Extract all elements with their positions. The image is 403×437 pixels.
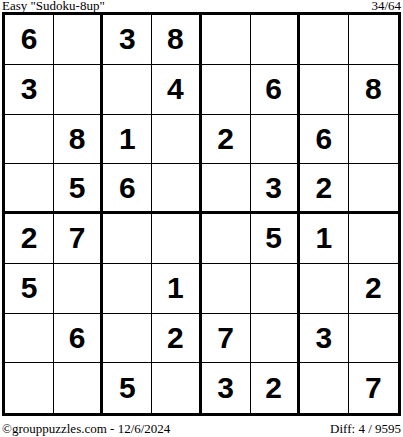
cell-r6c2-empty[interactable] bbox=[54, 264, 103, 314]
cell-r6c8-given: 2 bbox=[349, 264, 398, 314]
cell-r7c4-given: 2 bbox=[152, 314, 201, 364]
cell-r6c4-given: 1 bbox=[152, 264, 201, 314]
cell-r2c4-given: 4 bbox=[152, 65, 201, 115]
cell-r6c7-empty[interactable] bbox=[300, 264, 349, 314]
cell-r3c3-given: 1 bbox=[103, 115, 152, 165]
cell-r7c8-empty[interactable] bbox=[349, 314, 398, 364]
cell-r3c8-empty[interactable] bbox=[349, 115, 398, 165]
header: Easy "Sudoku-8up" 34/64 bbox=[0, 0, 403, 12]
cell-r2c7-empty[interactable] bbox=[300, 65, 349, 115]
cell-r3c7-given: 6 bbox=[300, 115, 349, 165]
cell-r2c8-given: 8 bbox=[349, 65, 398, 115]
cell-r5c1-given: 2 bbox=[5, 214, 54, 264]
empty-cell-counter: 34/64 bbox=[371, 0, 401, 12]
cell-r5c7-given: 1 bbox=[300, 214, 349, 264]
sudoku-board: 638346881265632275151262735327 bbox=[2, 12, 401, 416]
cell-r7c1-empty[interactable] bbox=[5, 314, 54, 364]
cell-r7c5-given: 7 bbox=[202, 314, 251, 364]
cell-r1c4-given: 8 bbox=[152, 15, 201, 65]
cell-r7c6-empty[interactable] bbox=[251, 314, 300, 364]
cell-r8c7-empty[interactable] bbox=[300, 363, 349, 413]
cell-r1c6-empty[interactable] bbox=[251, 15, 300, 65]
cell-r1c1-given: 6 bbox=[5, 15, 54, 65]
cell-r3c1-empty[interactable] bbox=[5, 115, 54, 165]
cell-r7c2-given: 6 bbox=[54, 314, 103, 364]
cell-r2c3-empty[interactable] bbox=[103, 65, 152, 115]
cell-r3c2-given: 8 bbox=[54, 115, 103, 165]
puzzle-page: Easy "Sudoku-8up" 34/64 6383468812656322… bbox=[0, 0, 403, 437]
cell-r8c1-empty[interactable] bbox=[5, 363, 54, 413]
cell-r1c7-empty[interactable] bbox=[300, 15, 349, 65]
copyright-text: ©grouppuzzles.com - 12/6/2024 bbox=[2, 422, 170, 436]
cell-r4c7-given: 2 bbox=[300, 164, 349, 214]
cell-r8c4-empty[interactable] bbox=[152, 363, 201, 413]
footer: ©grouppuzzles.com - 12/6/2024 Diff: 4 / … bbox=[0, 422, 403, 436]
cell-r6c3-empty[interactable] bbox=[103, 264, 152, 314]
cell-r8c6-given: 2 bbox=[251, 363, 300, 413]
cell-r2c1-given: 3 bbox=[5, 65, 54, 115]
cell-r2c6-given: 6 bbox=[251, 65, 300, 115]
cell-r5c5-empty[interactable] bbox=[202, 214, 251, 264]
cell-r1c2-empty[interactable] bbox=[54, 15, 103, 65]
cell-r5c6-given: 5 bbox=[251, 214, 300, 264]
cell-r1c3-given: 3 bbox=[103, 15, 152, 65]
cell-r8c3-given: 5 bbox=[103, 363, 152, 413]
cell-r2c5-empty[interactable] bbox=[202, 65, 251, 115]
cell-r4c4-empty[interactable] bbox=[152, 164, 201, 214]
page-title: Easy "Sudoku-8up" bbox=[2, 0, 105, 12]
cell-r6c6-empty[interactable] bbox=[251, 264, 300, 314]
cell-r3c5-given: 2 bbox=[202, 115, 251, 165]
cell-r8c8-given: 7 bbox=[349, 363, 398, 413]
cell-r4c5-empty[interactable] bbox=[202, 164, 251, 214]
cell-r2c2-empty[interactable] bbox=[54, 65, 103, 115]
cell-r6c5-empty[interactable] bbox=[202, 264, 251, 314]
cell-r4c3-given: 6 bbox=[103, 164, 152, 214]
cell-r5c3-empty[interactable] bbox=[103, 214, 152, 264]
cell-r8c5-given: 3 bbox=[202, 363, 251, 413]
cell-r4c2-given: 5 bbox=[54, 164, 103, 214]
difficulty-text: Diff: 4 / 9595 bbox=[330, 422, 401, 436]
cell-r3c4-empty[interactable] bbox=[152, 115, 201, 165]
cell-r1c5-empty[interactable] bbox=[202, 15, 251, 65]
cell-r6c1-given: 5 bbox=[5, 264, 54, 314]
cell-r7c3-empty[interactable] bbox=[103, 314, 152, 364]
cell-r1c8-empty[interactable] bbox=[349, 15, 398, 65]
cell-r4c6-given: 3 bbox=[251, 164, 300, 214]
cell-r8c2-empty[interactable] bbox=[54, 363, 103, 413]
cell-r3c6-empty[interactable] bbox=[251, 115, 300, 165]
cell-r5c8-empty[interactable] bbox=[349, 214, 398, 264]
cell-r4c8-empty[interactable] bbox=[349, 164, 398, 214]
cell-r5c2-given: 7 bbox=[54, 214, 103, 264]
cell-r5c4-empty[interactable] bbox=[152, 214, 201, 264]
cell-r7c7-given: 3 bbox=[300, 314, 349, 364]
cell-r4c1-empty[interactable] bbox=[5, 164, 54, 214]
